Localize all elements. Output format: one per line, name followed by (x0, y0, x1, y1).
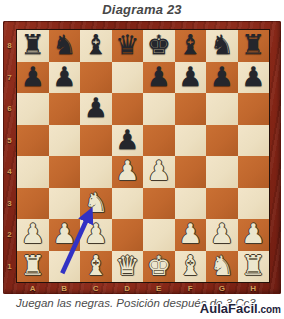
piece-white-queen: ♛ (115, 251, 139, 283)
square-f3 (175, 188, 207, 220)
file-label-f: F (175, 282, 207, 294)
square-c4 (80, 156, 112, 188)
square-g2: ♟ (206, 219, 238, 251)
piece-white-king: ♚ (147, 251, 171, 283)
square-b5 (49, 125, 81, 157)
piece-black-bishop: ♝ (178, 30, 202, 62)
piece-black-queen: ♛ (115, 30, 139, 62)
square-g5 (206, 125, 238, 157)
rank-label-8: 8 (3, 30, 16, 62)
square-e3 (143, 188, 175, 220)
piece-white-rook: ♜ (21, 251, 45, 283)
piece-white-bishop: ♝ (84, 251, 108, 283)
piece-black-pawn: ♟ (115, 125, 139, 157)
square-g3 (206, 188, 238, 220)
rank-label-6: 6 (3, 93, 16, 125)
square-d4: ♟ (112, 156, 144, 188)
piece-black-knight: ♞ (52, 30, 76, 62)
square-c2: ♟ (80, 219, 112, 251)
square-c3: ♞ (80, 188, 112, 220)
square-b1 (49, 251, 81, 283)
piece-black-rook: ♜ (21, 30, 45, 62)
rank-label-1: 1 (3, 251, 16, 283)
square-a8: ♜ (17, 30, 49, 62)
rank-label-7: 7 (3, 62, 16, 94)
chess-diagram: Diagrama 23 87654321 ♜♞♝♛♚♝♞♜♟♟♟♟♟♟♟♟♟♟♞… (0, 0, 284, 319)
piece-white-pawn: ♟ (178, 219, 202, 251)
piece-black-rook: ♜ (241, 30, 265, 62)
square-f2: ♟ (175, 219, 207, 251)
square-d7 (112, 62, 144, 94)
rank-label-5: 5 (3, 125, 16, 157)
square-c8: ♝ (80, 30, 112, 62)
square-b8: ♞ (49, 30, 81, 62)
square-a6 (17, 93, 49, 125)
square-d5: ♟ (112, 125, 144, 157)
square-a1: ♜ (17, 251, 49, 283)
square-e1: ♚ (143, 251, 175, 283)
square-e5 (143, 125, 175, 157)
square-e8: ♚ (143, 30, 175, 62)
piece-white-pawn: ♟ (52, 219, 76, 251)
square-c5 (80, 125, 112, 157)
square-g4 (206, 156, 238, 188)
square-b7: ♟ (49, 62, 81, 94)
file-label-d: D (112, 282, 144, 294)
square-d6 (112, 93, 144, 125)
file-label-a: A (17, 282, 49, 294)
square-c1: ♝ (80, 251, 112, 283)
square-g7: ♟ (206, 62, 238, 94)
square-h7: ♟ (238, 62, 270, 94)
square-d8: ♛ (112, 30, 144, 62)
square-b4 (49, 156, 81, 188)
file-label-e: E (143, 282, 175, 294)
piece-white-bishop: ♝ (178, 251, 202, 283)
square-b6 (49, 93, 81, 125)
piece-black-pawn: ♟ (241, 62, 265, 94)
file-labels: ABCDEFGH (17, 282, 269, 294)
piece-black-pawn: ♟ (178, 62, 202, 94)
piece-black-king: ♚ (147, 30, 171, 62)
square-d3 (112, 188, 144, 220)
rank-labels: 87654321 (3, 30, 16, 282)
square-c6: ♟ (80, 93, 112, 125)
piece-white-pawn: ♟ (147, 156, 171, 188)
square-h6 (238, 93, 270, 125)
square-h8: ♜ (238, 30, 270, 62)
square-c7 (80, 62, 112, 94)
piece-white-pawn: ♟ (241, 219, 265, 251)
piece-black-bishop: ♝ (84, 30, 108, 62)
square-a3 (17, 188, 49, 220)
rank-label-4: 4 (3, 156, 16, 188)
piece-white-pawn: ♟ (84, 219, 108, 251)
piece-white-knight: ♞ (84, 188, 108, 220)
square-b3 (49, 188, 81, 220)
square-e4: ♟ (143, 156, 175, 188)
square-h4 (238, 156, 270, 188)
square-h1: ♜ (238, 251, 270, 283)
square-h5 (238, 125, 270, 157)
piece-white-pawn: ♟ (21, 219, 45, 251)
square-f1: ♝ (175, 251, 207, 283)
file-label-b: B (49, 282, 81, 294)
piece-black-knight: ♞ (210, 30, 234, 62)
chess-board: ♜♞♝♛♚♝♞♜♟♟♟♟♟♟♟♟♟♟♞♟♟♟♟♟♟♜♝♛♚♝♞♜ (16, 29, 270, 283)
piece-white-knight: ♞ (210, 251, 234, 283)
square-g1: ♞ (206, 251, 238, 283)
square-a5 (17, 125, 49, 157)
square-e2 (143, 219, 175, 251)
square-f7: ♟ (175, 62, 207, 94)
square-d1: ♛ (112, 251, 144, 283)
square-a7: ♟ (17, 62, 49, 94)
piece-black-pawn: ♟ (210, 62, 234, 94)
square-e6 (143, 93, 175, 125)
piece-black-pawn: ♟ (147, 62, 171, 94)
piece-white-pawn: ♟ (210, 219, 234, 251)
piece-black-pawn: ♟ (21, 62, 45, 94)
piece-white-pawn: ♟ (115, 156, 139, 188)
square-a2: ♟ (17, 219, 49, 251)
square-f8: ♝ (175, 30, 207, 62)
watermark: AulaFacil.com (200, 301, 281, 316)
rank-label-3: 3 (3, 188, 16, 220)
file-label-h: H (238, 282, 270, 294)
square-f5 (175, 125, 207, 157)
rank-label-2: 2 (3, 219, 16, 251)
piece-black-pawn: ♟ (84, 93, 108, 125)
square-f6 (175, 93, 207, 125)
square-g8: ♞ (206, 30, 238, 62)
square-a4 (17, 156, 49, 188)
piece-black-pawn: ♟ (52, 62, 76, 94)
file-label-c: C (80, 282, 112, 294)
watermark-name: AulaFacil (200, 301, 258, 316)
piece-white-rook: ♜ (241, 251, 265, 283)
square-h3 (238, 188, 270, 220)
board-frame: 87654321 ♜♞♝♛♚♝♞♜♟♟♟♟♟♟♟♟♟♟♞♟♟♟♟♟♟♜♝♛♚♝♞… (3, 21, 281, 294)
watermark-domain: .com (258, 304, 281, 315)
file-label-g: G (206, 282, 238, 294)
square-e7: ♟ (143, 62, 175, 94)
square-f4 (175, 156, 207, 188)
square-b2: ♟ (49, 219, 81, 251)
square-d2 (112, 219, 144, 251)
square-g6 (206, 93, 238, 125)
diagram-title: Diagrama 23 (0, 2, 284, 17)
square-h2: ♟ (238, 219, 270, 251)
